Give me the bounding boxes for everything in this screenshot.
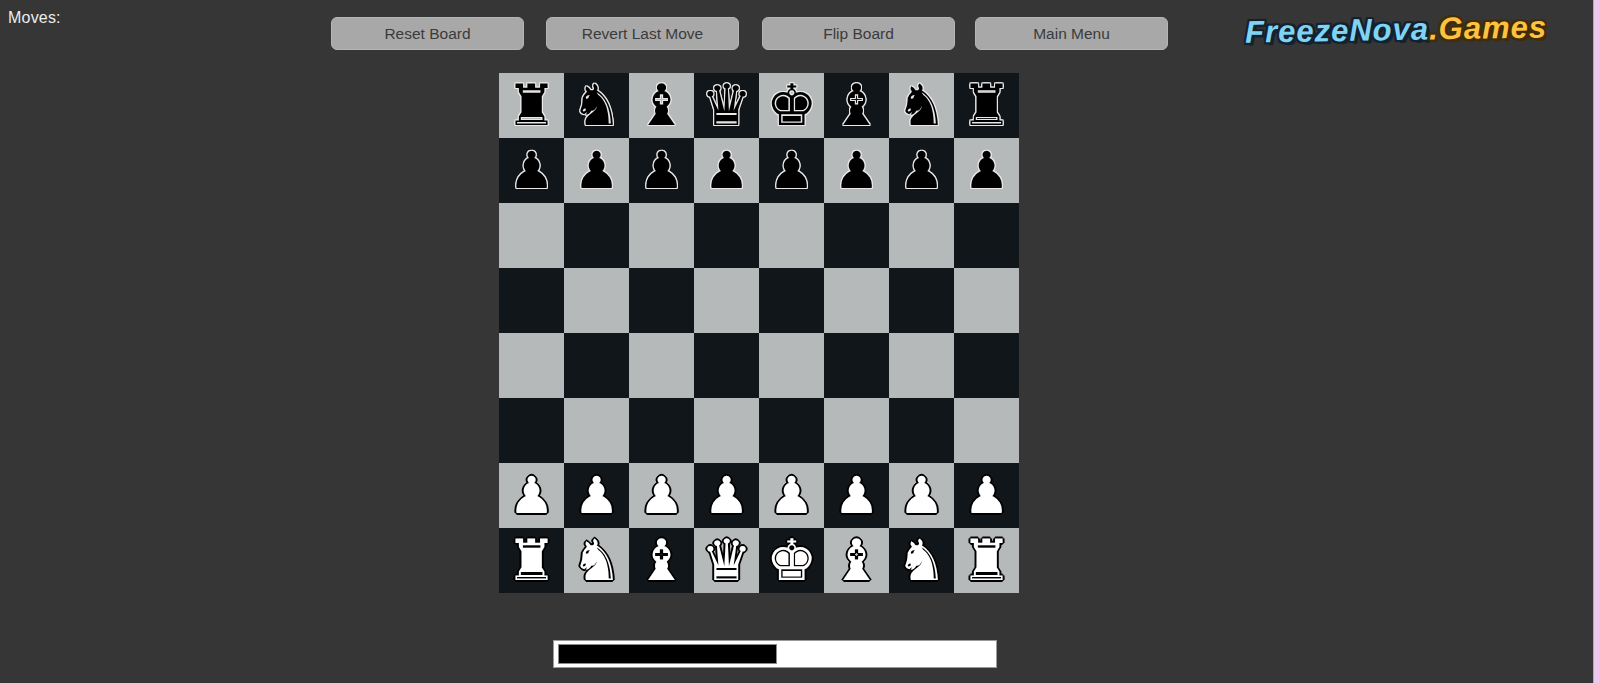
piece-black-pawn[interactable]: ♟ [964,145,1010,196]
square-h7[interactable]: ♟ [954,138,1019,203]
square-h8[interactable]: ♜ [954,73,1019,138]
square-f7[interactable]: ♟ [824,138,889,203]
square-b1[interactable]: ♞ [564,528,629,593]
piece-white-pawn[interactable]: ♟ [899,470,945,521]
piece-white-pawn[interactable]: ♟ [704,470,750,521]
piece-white-pawn[interactable]: ♟ [639,470,685,521]
square-h4[interactable] [954,333,1019,398]
piece-black-pawn[interactable]: ♟ [769,145,815,196]
square-e5[interactable] [759,268,824,333]
square-f3[interactable] [824,398,889,463]
square-a3[interactable] [499,398,564,463]
piece-black-queen[interactable]: ♛ [701,77,752,134]
square-c5[interactable] [629,268,694,333]
piece-white-pawn[interactable]: ♟ [509,470,555,521]
piece-white-king[interactable]: ♚ [766,532,817,589]
piece-white-rook[interactable]: ♜ [506,532,557,589]
square-e3[interactable] [759,398,824,463]
piece-black-pawn[interactable]: ♟ [834,145,880,196]
evaluation-bar-black-fill [558,644,777,664]
square-e7[interactable]: ♟ [759,138,824,203]
piece-white-knight[interactable]: ♞ [571,532,622,589]
square-a6[interactable] [499,203,564,268]
square-g2[interactable]: ♟ [889,463,954,528]
square-c3[interactable] [629,398,694,463]
square-b3[interactable] [564,398,629,463]
piece-black-rook[interactable]: ♜ [506,77,557,134]
piece-white-pawn[interactable]: ♟ [769,470,815,521]
piece-white-queen[interactable]: ♛ [701,532,752,589]
square-d1[interactable]: ♛ [694,528,759,593]
piece-black-knight[interactable]: ♞ [896,77,947,134]
square-f1[interactable]: ♝ [824,528,889,593]
square-b5[interactable] [564,268,629,333]
square-g3[interactable] [889,398,954,463]
square-b2[interactable]: ♟ [564,463,629,528]
square-g7[interactable]: ♟ [889,138,954,203]
piece-black-pawn[interactable]: ♟ [899,145,945,196]
logo-text-games: .Games [1429,9,1548,46]
piece-white-pawn[interactable]: ♟ [834,470,880,521]
piece-black-knight[interactable]: ♞ [571,77,622,134]
piece-white-bishop[interactable]: ♝ [831,532,882,589]
square-d8[interactable]: ♛ [694,73,759,138]
logo-text-freezenova: FreezeNova [1245,11,1430,49]
square-g4[interactable] [889,333,954,398]
square-f5[interactable] [824,268,889,333]
square-b6[interactable] [564,203,629,268]
square-a7[interactable]: ♟ [499,138,564,203]
square-h2[interactable]: ♟ [954,463,1019,528]
square-g8[interactable]: ♞ [889,73,954,138]
piece-black-pawn[interactable]: ♟ [704,145,750,196]
square-e4[interactable] [759,333,824,398]
square-a1[interactable]: ♜ [499,528,564,593]
square-c1[interactable]: ♝ [629,528,694,593]
square-f4[interactable] [824,333,889,398]
piece-black-king[interactable]: ♚ [766,77,817,134]
page-edge-strip [1593,0,1599,683]
main-menu-button[interactable]: Main Menu [975,17,1168,50]
square-b8[interactable]: ♞ [564,73,629,138]
square-c6[interactable] [629,203,694,268]
square-a5[interactable] [499,268,564,333]
piece-black-bishop[interactable]: ♝ [831,77,882,134]
square-g5[interactable] [889,268,954,333]
square-d7[interactable]: ♟ [694,138,759,203]
square-e8[interactable]: ♚ [759,73,824,138]
square-c8[interactable]: ♝ [629,73,694,138]
square-c4[interactable] [629,333,694,398]
square-a4[interactable] [499,333,564,398]
square-a8[interactable]: ♜ [499,73,564,138]
square-f2[interactable]: ♟ [824,463,889,528]
square-d6[interactable] [694,203,759,268]
piece-white-rook[interactable]: ♜ [961,532,1012,589]
square-b4[interactable] [564,333,629,398]
square-c7[interactable]: ♟ [629,138,694,203]
square-f6[interactable] [824,203,889,268]
square-h6[interactable] [954,203,1019,268]
square-e6[interactable] [759,203,824,268]
square-b7[interactable]: ♟ [564,138,629,203]
evaluation-bar [553,640,997,668]
reset-board-button[interactable]: Reset Board [331,17,524,50]
square-d5[interactable] [694,268,759,333]
freezenova-games-logo: FreezeNova.Games [1245,9,1548,50]
square-e2[interactable]: ♟ [759,463,824,528]
piece-white-knight[interactable]: ♞ [896,532,947,589]
square-f8[interactable]: ♝ [824,73,889,138]
piece-black-pawn[interactable]: ♟ [574,145,620,196]
piece-black-pawn[interactable]: ♟ [639,145,685,196]
square-d2[interactable]: ♟ [694,463,759,528]
square-g6[interactable] [889,203,954,268]
square-h5[interactable] [954,268,1019,333]
revert-last-move-button[interactable]: Revert Last Move [546,17,739,50]
square-d3[interactable] [694,398,759,463]
piece-white-pawn[interactable]: ♟ [574,470,620,521]
square-g1[interactable]: ♞ [889,528,954,593]
piece-black-rook[interactable]: ♜ [961,77,1012,134]
chess-board: ♜♞♝♛♚♝♞♜♟♟♟♟♟♟♟♟♟♟♟♟♟♟♟♟♜♞♝♛♚♝♞♜ [499,73,1019,593]
square-h1[interactable]: ♜ [954,528,1019,593]
square-e1[interactable]: ♚ [759,528,824,593]
square-c2[interactable]: ♟ [629,463,694,528]
square-h3[interactable] [954,398,1019,463]
piece-white-bishop[interactable]: ♝ [636,532,687,589]
piece-black-pawn[interactable]: ♟ [509,145,555,196]
flip-board-button[interactable]: Flip Board [762,17,955,50]
piece-black-bishop[interactable]: ♝ [636,77,687,134]
square-a2[interactable]: ♟ [499,463,564,528]
piece-white-pawn[interactable]: ♟ [964,470,1010,521]
square-d4[interactable] [694,333,759,398]
moves-label: Moves: [8,9,61,27]
